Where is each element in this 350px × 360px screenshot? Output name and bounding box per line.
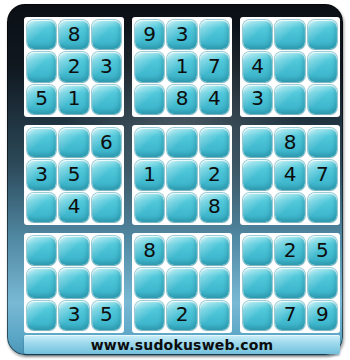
- given-digit: 7: [284, 304, 297, 324]
- cell-r5c5[interactable]: [167, 160, 196, 189]
- sudoku-board: 8235193178443635412884735822579: [24, 17, 340, 333]
- cell-r5c8[interactable]: 4: [275, 160, 304, 189]
- cell-r4c3[interactable]: 6: [92, 128, 121, 157]
- given-digit: 4: [284, 164, 297, 184]
- cell-r1c8[interactable]: [275, 20, 304, 49]
- given-digit: 2: [176, 304, 189, 324]
- cell-r4c4[interactable]: [135, 128, 164, 157]
- cell-r7c5[interactable]: [167, 236, 196, 265]
- cell-r9c9[interactable]: 9: [308, 301, 337, 330]
- cell-r7c6[interactable]: [200, 236, 229, 265]
- given-digit: 4: [251, 56, 264, 76]
- cell-r1c1[interactable]: [27, 20, 56, 49]
- cell-r6c3[interactable]: [92, 193, 121, 222]
- cell-r5c4[interactable]: 1: [135, 160, 164, 189]
- cell-r6c2[interactable]: 4: [59, 193, 88, 222]
- cell-r1c3[interactable]: [92, 20, 121, 49]
- cell-r8c5[interactable]: [167, 268, 196, 297]
- cell-r5c6[interactable]: 2: [200, 160, 229, 189]
- puzzle-frame: 8235193178443635412884735822579 www.sudo…: [7, 4, 343, 355]
- cell-r6c8[interactable]: [275, 193, 304, 222]
- cell-r9c8[interactable]: 7: [275, 301, 304, 330]
- cell-r9c1[interactable]: [27, 301, 56, 330]
- cell-r1c5[interactable]: 3: [167, 20, 196, 49]
- cell-r2c1[interactable]: [27, 52, 56, 81]
- cell-r1c2[interactable]: 8: [59, 20, 88, 49]
- given-digit: 5: [100, 304, 113, 324]
- given-digit: 8: [176, 88, 189, 108]
- cell-r4c5[interactable]: [167, 128, 196, 157]
- given-digit: 7: [316, 164, 329, 184]
- cell-r5c7[interactable]: [243, 160, 272, 189]
- cell-r6c5[interactable]: [167, 193, 196, 222]
- box-2-3: 847: [240, 125, 340, 225]
- given-digit: 1: [68, 88, 81, 108]
- cell-r4c6[interactable]: [200, 128, 229, 157]
- cell-r1c6[interactable]: [200, 20, 229, 49]
- cell-r2c5[interactable]: 1: [167, 52, 196, 81]
- cell-r6c6[interactable]: 8: [200, 193, 229, 222]
- box-3-3: 2579: [240, 233, 340, 333]
- cell-r3c3[interactable]: [92, 85, 121, 114]
- cell-r3c1[interactable]: 5: [27, 85, 56, 114]
- cell-r2c3[interactable]: 3: [92, 52, 121, 81]
- given-digit: 2: [208, 164, 221, 184]
- cell-r3c2[interactable]: 1: [59, 85, 88, 114]
- cell-r2c2[interactable]: 2: [59, 52, 88, 81]
- given-digit: 8: [284, 132, 297, 152]
- given-digit: 6: [100, 132, 113, 152]
- cell-r1c9[interactable]: [308, 20, 337, 49]
- cell-r6c1[interactable]: [27, 193, 56, 222]
- box-3-1: 35: [24, 233, 124, 333]
- cell-r3c4[interactable]: [135, 85, 164, 114]
- cell-r9c6[interactable]: [200, 301, 229, 330]
- cell-r9c5[interactable]: 2: [167, 301, 196, 330]
- given-digit: 2: [68, 56, 81, 76]
- cell-r5c3[interactable]: [92, 160, 121, 189]
- cell-r9c7[interactable]: [243, 301, 272, 330]
- given-digit: 3: [35, 164, 48, 184]
- box-2-1: 6354: [24, 125, 124, 225]
- cell-r7c7[interactable]: [243, 236, 272, 265]
- cell-r1c7[interactable]: [243, 20, 272, 49]
- cell-r8c4[interactable]: [135, 268, 164, 297]
- given-digit: 4: [208, 88, 221, 108]
- given-digit: 8: [68, 24, 81, 44]
- cell-r5c2[interactable]: 5: [59, 160, 88, 189]
- cell-r8c3[interactable]: [92, 268, 121, 297]
- cell-r6c9[interactable]: [308, 193, 337, 222]
- cell-r8c1[interactable]: [27, 268, 56, 297]
- cell-r3c7[interactable]: 3: [243, 85, 272, 114]
- box-1-1: 82351: [24, 17, 124, 117]
- cell-r7c2[interactable]: [59, 236, 88, 265]
- site-link[interactable]: www.sudokusweb.com: [24, 335, 340, 354]
- cell-r8c8[interactable]: [275, 268, 304, 297]
- cell-r7c4[interactable]: 8: [135, 236, 164, 265]
- cell-r9c4[interactable]: [135, 301, 164, 330]
- given-digit: 7: [208, 56, 221, 76]
- cell-r7c1[interactable]: [27, 236, 56, 265]
- given-digit: 9: [316, 304, 329, 324]
- cell-r3c5[interactable]: 8: [167, 85, 196, 114]
- cell-r5c9[interactable]: 7: [308, 160, 337, 189]
- given-digit: 5: [35, 88, 48, 108]
- cell-r3c8[interactable]: [275, 85, 304, 114]
- cell-r8c9[interactable]: [308, 268, 337, 297]
- given-digit: 1: [176, 56, 189, 76]
- box-1-3: 43: [240, 17, 340, 117]
- cell-r7c9[interactable]: 5: [308, 236, 337, 265]
- cell-r2c8[interactable]: [275, 52, 304, 81]
- cell-r7c3[interactable]: [92, 236, 121, 265]
- box-1-2: 931784: [132, 17, 232, 117]
- cell-r2c6[interactable]: 7: [200, 52, 229, 81]
- cell-r3c9[interactable]: [308, 85, 337, 114]
- given-digit: 9: [143, 24, 156, 44]
- cell-r5c1[interactable]: 3: [27, 160, 56, 189]
- given-digit: 2: [284, 240, 297, 260]
- given-digit: 5: [316, 240, 329, 260]
- cell-r2c4[interactable]: [135, 52, 164, 81]
- cell-r9c3[interactable]: 5: [92, 301, 121, 330]
- cell-r8c6[interactable]: [200, 268, 229, 297]
- cell-r2c9[interactable]: [308, 52, 337, 81]
- cell-r4c1[interactable]: [27, 128, 56, 157]
- cell-r4c8[interactable]: 8: [275, 128, 304, 157]
- given-digit: 4: [68, 196, 81, 216]
- cell-r3c6[interactable]: 4: [200, 85, 229, 114]
- given-digit: 5: [68, 164, 81, 184]
- given-digit: 3: [251, 88, 264, 108]
- site-url-label: www.sudokusweb.com: [91, 337, 274, 353]
- cell-r2c7[interactable]: 4: [243, 52, 272, 81]
- cell-r6c7[interactable]: [243, 193, 272, 222]
- cell-r8c2[interactable]: [59, 268, 88, 297]
- given-digit: 8: [143, 240, 156, 260]
- given-digit: 1: [143, 164, 156, 184]
- given-digit: 3: [176, 24, 189, 44]
- given-digit: 3: [100, 56, 113, 76]
- cell-r6c4[interactable]: [135, 193, 164, 222]
- cell-r4c7[interactable]: [243, 128, 272, 157]
- cell-r9c2[interactable]: 3: [59, 301, 88, 330]
- box-2-2: 128: [132, 125, 232, 225]
- cell-r4c9[interactable]: [308, 128, 337, 157]
- cell-r1c4[interactable]: 9: [135, 20, 164, 49]
- cell-r8c7[interactable]: [243, 268, 272, 297]
- cell-r4c2[interactable]: [59, 128, 88, 157]
- given-digit: 8: [208, 196, 221, 216]
- cell-r7c8[interactable]: 2: [275, 236, 304, 265]
- box-3-2: 82: [132, 233, 232, 333]
- given-digit: 3: [68, 304, 81, 324]
